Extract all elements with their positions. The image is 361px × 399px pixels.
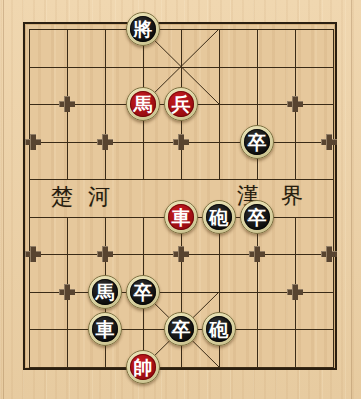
piece-character: 車 — [168, 204, 194, 230]
pieces-layer: 將馬兵卒車砲卒馬卒車卒砲帥 — [0, 0, 361, 399]
piece-black-cannon[interactable]: 砲 — [202, 200, 236, 234]
piece-character: 砲 — [206, 316, 232, 342]
piece-character: 將 — [130, 16, 156, 42]
piece-character: 卒 — [244, 204, 270, 230]
piece-black-soldier[interactable]: 卒 — [240, 125, 274, 159]
piece-red-chariot[interactable]: 車 — [164, 200, 198, 234]
piece-red-general[interactable]: 帥 — [126, 350, 160, 384]
piece-black-cannon[interactable]: 砲 — [202, 312, 236, 346]
piece-black-soldier[interactable]: 卒 — [164, 312, 198, 346]
piece-character: 卒 — [130, 279, 156, 305]
piece-character: 車 — [92, 316, 118, 342]
piece-character: 帥 — [130, 354, 156, 380]
piece-character: 卒 — [168, 316, 194, 342]
piece-black-horse[interactable]: 馬 — [88, 275, 122, 309]
piece-black-soldier[interactable]: 卒 — [126, 275, 160, 309]
piece-character: 卒 — [244, 129, 270, 155]
piece-character: 馬 — [130, 91, 156, 117]
piece-black-soldier[interactable]: 卒 — [240, 200, 274, 234]
piece-black-chariot[interactable]: 車 — [88, 312, 122, 346]
piece-red-horse[interactable]: 馬 — [126, 87, 160, 121]
piece-character: 兵 — [168, 91, 194, 117]
piece-red-soldier[interactable]: 兵 — [164, 87, 198, 121]
wooden-table-background: 楚 河 漢 界 將馬兵卒車砲卒馬卒車卒砲帥 — [0, 0, 361, 399]
piece-black-general[interactable]: 將 — [126, 12, 160, 46]
piece-character: 馬 — [92, 279, 118, 305]
piece-character: 砲 — [206, 204, 232, 230]
